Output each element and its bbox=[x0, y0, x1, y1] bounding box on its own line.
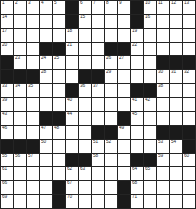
white-square[interactable] bbox=[27, 98, 39, 111]
white-square[interactable]: 25 bbox=[53, 56, 65, 69]
white-square[interactable]: 16 bbox=[144, 15, 156, 28]
white-square[interactable] bbox=[144, 181, 156, 194]
clue-number: 50 bbox=[41, 140, 46, 145]
white-square[interactable] bbox=[183, 84, 195, 97]
white-square[interactable] bbox=[144, 70, 156, 83]
white-square[interactable] bbox=[118, 154, 130, 167]
black-square bbox=[131, 154, 143, 167]
white-square[interactable]: 23 bbox=[14, 56, 26, 69]
white-square[interactable]: 53 bbox=[157, 140, 169, 153]
black-square bbox=[14, 70, 26, 83]
black-square bbox=[118, 195, 130, 208]
black-square bbox=[40, 112, 52, 125]
white-square[interactable] bbox=[118, 167, 130, 180]
clue-number: 33 bbox=[2, 84, 7, 89]
white-square[interactable]: 42 bbox=[144, 98, 156, 111]
white-square[interactable] bbox=[183, 181, 195, 194]
white-square[interactable]: 70 bbox=[66, 195, 78, 208]
clue-number: 35 bbox=[28, 84, 33, 89]
white-square[interactable]: 15 bbox=[79, 15, 91, 28]
white-square[interactable] bbox=[157, 195, 169, 208]
black-square bbox=[92, 70, 104, 83]
white-square[interactable] bbox=[66, 126, 78, 139]
clue-number: 70 bbox=[67, 195, 72, 200]
white-square[interactable] bbox=[27, 167, 39, 180]
clue-number: 53 bbox=[158, 140, 163, 145]
clue-number: 62 bbox=[67, 167, 72, 172]
white-square[interactable]: 63 bbox=[79, 167, 91, 180]
white-square[interactable] bbox=[183, 29, 195, 42]
white-square[interactable] bbox=[40, 195, 52, 208]
clue-number: 51 bbox=[93, 140, 98, 145]
white-square[interactable] bbox=[118, 70, 130, 83]
clue-number: 69 bbox=[2, 195, 7, 200]
black-square bbox=[66, 84, 78, 97]
white-square[interactable] bbox=[79, 195, 91, 208]
clue-number: 5 bbox=[54, 1, 56, 6]
white-square[interactable] bbox=[79, 29, 91, 42]
white-square[interactable] bbox=[157, 167, 169, 180]
white-square[interactable]: 36 bbox=[79, 84, 91, 97]
black-square bbox=[79, 70, 91, 83]
white-square[interactable] bbox=[131, 56, 143, 69]
clue-number: 57 bbox=[28, 154, 33, 159]
white-square[interactable] bbox=[40, 84, 52, 97]
white-square[interactable] bbox=[53, 140, 65, 153]
black-square bbox=[92, 126, 104, 139]
white-square[interactable] bbox=[27, 112, 39, 125]
white-square[interactable] bbox=[118, 15, 130, 28]
clue-number: 24 bbox=[41, 56, 46, 61]
white-square[interactable]: 59 bbox=[157, 154, 169, 167]
white-square[interactable] bbox=[170, 195, 182, 208]
black-square bbox=[183, 126, 195, 139]
black-square bbox=[66, 15, 78, 28]
black-square bbox=[131, 1, 143, 14]
clue-number: 46 bbox=[2, 126, 7, 131]
white-square[interactable]: 68 bbox=[131, 181, 143, 194]
clue-number: 43 bbox=[2, 112, 7, 117]
white-square[interactable] bbox=[79, 181, 91, 194]
white-square[interactable] bbox=[14, 43, 26, 56]
black-square bbox=[105, 43, 117, 56]
white-square[interactable]: 5 bbox=[53, 1, 65, 14]
white-square[interactable]: 32 bbox=[183, 70, 195, 83]
black-square bbox=[66, 1, 78, 14]
white-square[interactable]: 64 bbox=[131, 167, 143, 180]
white-square[interactable] bbox=[27, 195, 39, 208]
white-square[interactable]: 69 bbox=[1, 195, 13, 208]
black-square bbox=[183, 56, 195, 69]
white-square[interactable]: 55 bbox=[1, 154, 13, 167]
white-square[interactable] bbox=[27, 15, 39, 28]
black-square bbox=[53, 195, 65, 208]
white-square[interactable]: 62 bbox=[66, 167, 78, 180]
white-square[interactable] bbox=[144, 43, 156, 56]
white-square[interactable] bbox=[144, 29, 156, 42]
black-square bbox=[118, 112, 130, 125]
black-square bbox=[170, 126, 182, 139]
clue-number: 17 bbox=[2, 29, 7, 34]
clue-number: 47 bbox=[41, 126, 46, 131]
white-square[interactable]: 17 bbox=[1, 29, 13, 42]
white-square[interactable]: 10 bbox=[144, 1, 156, 14]
clue-number: 49 bbox=[119, 126, 124, 131]
white-square[interactable] bbox=[27, 29, 39, 42]
white-square[interactable]: 52 bbox=[105, 140, 117, 153]
white-square[interactable] bbox=[118, 140, 130, 153]
white-square[interactable]: 43 bbox=[1, 112, 13, 125]
white-square[interactable] bbox=[157, 98, 169, 111]
black-square bbox=[53, 181, 65, 194]
white-square[interactable]: 48 bbox=[53, 126, 65, 139]
white-square[interactable] bbox=[92, 167, 104, 180]
white-square[interactable] bbox=[92, 195, 104, 208]
white-square[interactable] bbox=[118, 29, 130, 42]
clue-number: 71 bbox=[132, 195, 137, 200]
black-square bbox=[157, 126, 169, 139]
white-square[interactable] bbox=[170, 84, 182, 97]
white-square[interactable]: 8 bbox=[105, 1, 117, 14]
black-square bbox=[118, 43, 130, 56]
white-square[interactable]: 9 bbox=[118, 1, 130, 14]
white-square[interactable] bbox=[79, 126, 91, 139]
clue-number: 39 bbox=[2, 98, 7, 103]
clue-number: 45 bbox=[132, 112, 137, 117]
white-square[interactable] bbox=[118, 98, 130, 111]
black-square bbox=[27, 140, 39, 153]
white-square[interactable] bbox=[131, 126, 143, 139]
clue-number: 27 bbox=[119, 56, 124, 61]
clue-number: 65 bbox=[145, 167, 150, 172]
white-square[interactable]: 37 bbox=[92, 84, 104, 97]
white-square[interactable] bbox=[14, 98, 26, 111]
clue-number: 20 bbox=[2, 43, 7, 48]
white-square[interactable]: 14 bbox=[1, 15, 13, 28]
white-square[interactable] bbox=[105, 29, 117, 42]
clue-number: 44 bbox=[67, 112, 72, 117]
clue-number: 28 bbox=[41, 70, 46, 75]
white-square[interactable] bbox=[105, 98, 117, 111]
white-square[interactable] bbox=[40, 98, 52, 111]
black-square bbox=[105, 126, 117, 139]
clue-number: 18 bbox=[67, 29, 72, 34]
white-square[interactable] bbox=[170, 154, 182, 167]
white-square[interactable] bbox=[53, 29, 65, 42]
white-square[interactable] bbox=[66, 140, 78, 153]
black-square bbox=[1, 56, 13, 69]
white-square[interactable]: 19 bbox=[131, 29, 143, 42]
white-square[interactable] bbox=[14, 29, 26, 42]
white-square[interactable]: 47 bbox=[40, 126, 52, 139]
black-square bbox=[40, 43, 52, 56]
white-square[interactable] bbox=[27, 126, 39, 139]
white-square[interactable] bbox=[118, 84, 130, 97]
clue-number: 4 bbox=[41, 1, 43, 6]
white-square[interactable] bbox=[144, 195, 156, 208]
white-square[interactable] bbox=[183, 167, 195, 180]
clue-number: 61 bbox=[2, 167, 7, 172]
white-square[interactable] bbox=[170, 98, 182, 111]
clue-number: 64 bbox=[132, 167, 137, 172]
white-square[interactable] bbox=[170, 167, 182, 180]
black-square bbox=[144, 84, 156, 97]
white-square[interactable]: 35 bbox=[27, 84, 39, 97]
black-square bbox=[66, 154, 78, 167]
white-square[interactable]: 67 bbox=[66, 181, 78, 194]
white-square[interactable]: 54 bbox=[170, 140, 182, 153]
white-square[interactable] bbox=[40, 154, 52, 167]
clue-number: 36 bbox=[80, 84, 85, 89]
white-square[interactable] bbox=[53, 15, 65, 28]
white-square[interactable] bbox=[79, 140, 91, 153]
white-square[interactable]: 24 bbox=[40, 56, 52, 69]
white-square[interactable] bbox=[79, 112, 91, 125]
white-square[interactable]: 1 bbox=[1, 1, 13, 14]
white-square[interactable] bbox=[170, 112, 182, 125]
clue-number: 10 bbox=[145, 1, 150, 6]
black-square bbox=[1, 140, 13, 153]
white-square[interactable] bbox=[157, 112, 169, 125]
white-square[interactable]: 49 bbox=[118, 126, 130, 139]
clue-number: 34 bbox=[15, 84, 20, 89]
white-square[interactable]: 22 bbox=[131, 43, 143, 56]
white-square[interactable]: 71 bbox=[131, 195, 143, 208]
clue-number: 8 bbox=[106, 1, 108, 6]
white-square[interactable] bbox=[40, 29, 52, 42]
white-square[interactable]: 50 bbox=[40, 140, 52, 153]
clue-number: 68 bbox=[132, 181, 137, 186]
clue-number: 56 bbox=[15, 154, 20, 159]
black-square bbox=[144, 154, 156, 167]
white-square[interactable]: 20 bbox=[1, 43, 13, 56]
white-square[interactable]: 21 bbox=[66, 43, 78, 56]
white-square[interactable] bbox=[53, 84, 65, 97]
clue-number: 37 bbox=[93, 84, 98, 89]
clue-number: 66 bbox=[2, 181, 7, 186]
white-square[interactable] bbox=[14, 195, 26, 208]
white-square[interactable]: 18 bbox=[66, 29, 78, 42]
clue-number: 30 bbox=[158, 70, 163, 75]
clue-number: 67 bbox=[67, 181, 72, 186]
white-square[interactable]: 56 bbox=[14, 154, 26, 167]
white-square[interactable]: 41 bbox=[131, 98, 143, 111]
white-square[interactable] bbox=[92, 43, 104, 56]
white-square[interactable]: 2 bbox=[14, 1, 26, 14]
white-square[interactable]: 65 bbox=[144, 167, 156, 180]
white-square[interactable] bbox=[183, 98, 195, 111]
clue-number: 14 bbox=[2, 15, 7, 20]
white-square[interactable]: 30 bbox=[157, 70, 169, 83]
clue-number: 26 bbox=[106, 56, 111, 61]
clue-number: 3 bbox=[28, 1, 30, 6]
white-square[interactable]: 66 bbox=[1, 181, 13, 194]
white-square[interactable] bbox=[157, 181, 169, 194]
clue-number: 31 bbox=[171, 70, 176, 75]
clue-number: 12 bbox=[171, 1, 176, 6]
white-square[interactable] bbox=[53, 70, 65, 83]
white-square[interactable] bbox=[183, 195, 195, 208]
white-square[interactable] bbox=[170, 43, 182, 56]
clue-number: 6 bbox=[80, 1, 82, 6]
white-square[interactable]: 27 bbox=[118, 56, 130, 69]
white-square[interactable] bbox=[66, 70, 78, 83]
clue-number: 63 bbox=[80, 167, 85, 172]
white-square[interactable] bbox=[53, 154, 65, 167]
clue-number: 19 bbox=[132, 29, 137, 34]
white-square[interactable] bbox=[53, 167, 65, 180]
black-square bbox=[157, 56, 169, 69]
white-square[interactable] bbox=[144, 140, 156, 153]
white-square[interactable]: 44 bbox=[66, 112, 78, 125]
white-square[interactable]: 12 bbox=[170, 1, 182, 14]
white-square[interactable]: 26 bbox=[105, 56, 117, 69]
white-square[interactable] bbox=[157, 15, 169, 28]
white-square[interactable] bbox=[53, 98, 65, 111]
clue-number: 54 bbox=[171, 140, 176, 145]
clue-number: 25 bbox=[54, 56, 59, 61]
white-square[interactable] bbox=[14, 181, 26, 194]
clue-number: 16 bbox=[145, 15, 150, 20]
white-square[interactable] bbox=[183, 15, 195, 28]
clue-number: 32 bbox=[184, 70, 189, 75]
white-square[interactable] bbox=[144, 56, 156, 69]
white-square[interactable] bbox=[92, 29, 104, 42]
clue-number: 23 bbox=[15, 56, 20, 61]
white-square[interactable]: 28 bbox=[40, 70, 52, 83]
white-square[interactable]: 40 bbox=[66, 98, 78, 111]
white-square[interactable]: 39 bbox=[1, 98, 13, 111]
clue-number: 41 bbox=[132, 98, 137, 103]
clue-number: 59 bbox=[158, 154, 163, 159]
white-square[interactable] bbox=[157, 43, 169, 56]
black-square bbox=[131, 84, 143, 97]
black-square bbox=[53, 112, 65, 125]
white-square[interactable] bbox=[40, 15, 52, 28]
white-square[interactable]: 34 bbox=[14, 84, 26, 97]
white-square[interactable]: 58 bbox=[92, 154, 104, 167]
white-square[interactable] bbox=[92, 181, 104, 194]
white-square[interactable]: 45 bbox=[131, 112, 143, 125]
white-square[interactable] bbox=[170, 29, 182, 42]
black-square bbox=[79, 154, 91, 167]
white-square[interactable] bbox=[27, 43, 39, 56]
white-square[interactable] bbox=[92, 56, 104, 69]
clue-number: 48 bbox=[54, 126, 59, 131]
white-square[interactable]: 4 bbox=[40, 1, 52, 14]
white-square[interactable]: 7 bbox=[92, 1, 104, 14]
clue-number: 22 bbox=[132, 43, 137, 48]
white-square[interactable] bbox=[40, 181, 52, 194]
white-square[interactable] bbox=[105, 112, 117, 125]
crossword-grid: 1234567891011121314151617181920212223242… bbox=[0, 0, 196, 209]
white-square[interactable] bbox=[183, 112, 195, 125]
white-square[interactable]: 51 bbox=[92, 140, 104, 153]
white-square[interactable] bbox=[170, 15, 182, 28]
clue-number: 21 bbox=[67, 43, 72, 48]
white-square[interactable]: 6 bbox=[79, 1, 91, 14]
white-square[interactable] bbox=[27, 56, 39, 69]
white-square[interactable] bbox=[14, 167, 26, 180]
white-square[interactable]: 57 bbox=[27, 154, 39, 167]
white-square[interactable]: 60 bbox=[183, 154, 195, 167]
white-square[interactable] bbox=[14, 112, 26, 125]
white-square[interactable] bbox=[14, 126, 26, 139]
black-square bbox=[131, 15, 143, 28]
white-square[interactable] bbox=[92, 98, 104, 111]
clue-number: 15 bbox=[80, 15, 85, 20]
white-square[interactable] bbox=[105, 181, 117, 194]
black-square bbox=[170, 56, 182, 69]
white-square[interactable] bbox=[27, 181, 39, 194]
white-square[interactable] bbox=[40, 167, 52, 180]
white-square[interactable] bbox=[131, 70, 143, 83]
white-square[interactable]: 13 bbox=[183, 1, 195, 14]
white-square[interactable] bbox=[92, 112, 104, 125]
clue-number: 11 bbox=[158, 1, 162, 6]
clue-number: 58 bbox=[93, 154, 98, 159]
clue-number: 55 bbox=[2, 154, 7, 159]
white-square[interactable]: 61 bbox=[1, 167, 13, 180]
clue-number: 38 bbox=[158, 84, 163, 89]
clue-number: 13 bbox=[184, 1, 189, 6]
black-square bbox=[53, 43, 65, 56]
white-square[interactable]: 31 bbox=[170, 70, 182, 83]
white-square[interactable] bbox=[105, 195, 117, 208]
clue-number: 52 bbox=[106, 140, 111, 145]
white-square[interactable]: 33 bbox=[1, 84, 13, 97]
clue-number: 42 bbox=[145, 98, 150, 103]
white-square[interactable] bbox=[144, 112, 156, 125]
white-square[interactable]: 3 bbox=[27, 1, 39, 14]
white-square[interactable] bbox=[105, 167, 117, 180]
white-square[interactable] bbox=[105, 154, 117, 167]
clue-number: 9 bbox=[119, 1, 121, 6]
white-square[interactable] bbox=[131, 140, 143, 153]
black-square bbox=[14, 140, 26, 153]
white-square[interactable]: 38 bbox=[157, 84, 169, 97]
white-square[interactable] bbox=[105, 84, 117, 97]
clue-number: 29 bbox=[106, 70, 111, 75]
clue-number: 1 bbox=[2, 1, 4, 6]
white-square[interactable] bbox=[157, 29, 169, 42]
white-square[interactable] bbox=[79, 98, 91, 111]
black-square bbox=[183, 140, 195, 153]
white-square[interactable]: 11 bbox=[157, 1, 169, 14]
white-square[interactable] bbox=[66, 56, 78, 69]
black-square bbox=[118, 181, 130, 194]
black-square bbox=[1, 70, 13, 83]
clue-number: 40 bbox=[67, 98, 72, 103]
white-square[interactable] bbox=[14, 15, 26, 28]
white-square[interactable] bbox=[105, 15, 117, 28]
black-square bbox=[27, 70, 39, 83]
white-square[interactable]: 46 bbox=[1, 126, 13, 139]
white-square[interactable] bbox=[79, 56, 91, 69]
clue-number: 7 bbox=[93, 1, 95, 6]
clue-number: 60 bbox=[184, 154, 189, 159]
white-square[interactable] bbox=[170, 181, 182, 194]
white-square[interactable] bbox=[183, 43, 195, 56]
white-square[interactable] bbox=[144, 126, 156, 139]
white-square[interactable] bbox=[79, 43, 91, 56]
white-square[interactable] bbox=[92, 15, 104, 28]
white-square[interactable]: 29 bbox=[105, 70, 117, 83]
clue-number: 2 bbox=[15, 1, 17, 6]
